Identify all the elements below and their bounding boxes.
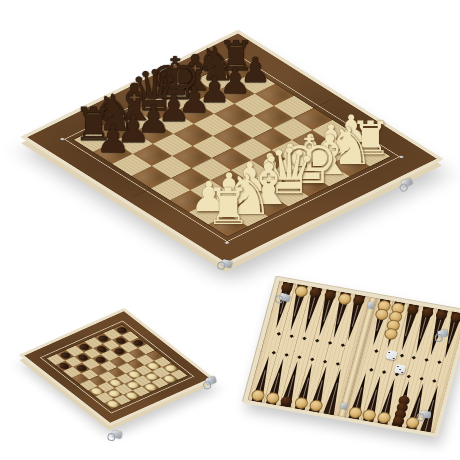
checker-stack [449,312,460,323]
checker-stack [352,295,365,306]
point-marker-dot [433,379,436,382]
point-marker-dot [328,341,331,344]
backgammon-set-photo [0,0,460,460]
backgammon-checker-dark [309,287,322,298]
point-marker-dot [382,370,385,373]
point-marker-dot [341,343,344,346]
point-marker-dot [277,332,280,335]
point-marker-dot [369,368,372,371]
backgammon-checker-dark [435,310,448,321]
point-marker-dot [336,362,339,365]
point-marker-dot [298,355,301,358]
checker-stack [323,290,336,301]
clasp-icon [221,259,232,268]
checker-stack [280,396,293,407]
checker-stack [421,307,434,318]
die-icon [394,364,406,374]
point-marker-dot [425,358,428,361]
point-marker-dot [374,349,377,352]
backgammon-checker-dark [449,312,460,323]
bg-points-bottom-right [346,372,445,433]
point-marker-dot [316,339,319,342]
die-pip [393,358,395,360]
backgammon-checker-dark [406,304,419,315]
point-marker-dot [408,374,411,377]
point-marker-dot [323,359,326,362]
die-pip [399,369,401,371]
backgammon-checker-dark [352,295,365,306]
point-marker-dot [290,334,293,337]
point-marker-dot [400,354,403,357]
backgammon-checker-dark [391,415,404,426]
clasp-icon [421,410,432,418]
backgammon-checker-dark [421,307,434,318]
point-marker-dot [413,356,416,359]
die-pip [397,365,399,367]
die-icon [385,350,397,360]
backgammon-checker-dark [280,282,293,293]
checker-stack [280,282,293,293]
die-pip [401,372,403,374]
backgammon-checker-dark [280,396,293,407]
point-marker-dot [285,353,288,356]
point-marker-dot [420,377,423,380]
product-photo: ♜♞♟♝♟♚♟♛♟♝♟♞♟♜♟♟♟♟♜♟♞♟♝♟♚♟♛♟♝♟♞♜ [0,0,460,460]
backgammon-checker-dark [323,290,336,301]
point-marker-dot [311,357,314,360]
die-pip [388,351,390,353]
point-marker-dot [303,337,306,340]
checker-stack [406,304,419,315]
checker-stack [309,287,322,298]
checker-stack [435,310,448,321]
clasp-icon [111,430,122,439]
point-marker-dot [438,360,441,363]
point-marker-dot [272,351,275,354]
